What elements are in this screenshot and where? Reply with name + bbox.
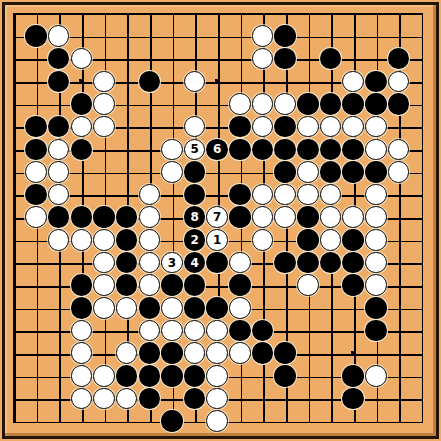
intersection[interactable]	[138, 274, 161, 297]
intersection[interactable]	[25, 47, 48, 70]
intersection[interactable]	[2, 297, 25, 320]
intersection[interactable]	[229, 410, 252, 433]
intersection[interactable]	[47, 206, 70, 229]
intersection[interactable]	[93, 115, 116, 138]
intersection[interactable]	[115, 2, 138, 25]
intersection[interactable]	[229, 70, 252, 93]
intersection[interactable]	[365, 342, 388, 365]
intersection[interactable]	[161, 206, 184, 229]
intersection[interactable]	[319, 410, 342, 433]
intersection[interactable]	[161, 183, 184, 206]
intersection[interactable]	[410, 319, 433, 342]
intersection[interactable]	[115, 274, 138, 297]
intersection[interactable]	[93, 274, 116, 297]
intersection[interactable]	[251, 365, 274, 388]
intersection[interactable]	[70, 410, 93, 433]
intersection[interactable]	[70, 319, 93, 342]
intersection[interactable]: 7	[206, 206, 229, 229]
intersection[interactable]	[47, 70, 70, 93]
intersection[interactable]	[342, 297, 365, 320]
intersection[interactable]	[47, 387, 70, 410]
intersection[interactable]	[410, 70, 433, 93]
intersection[interactable]	[274, 70, 297, 93]
intersection[interactable]	[25, 297, 48, 320]
intersection[interactable]	[93, 25, 116, 48]
intersection[interactable]	[115, 70, 138, 93]
intersection[interactable]	[93, 47, 116, 70]
intersection[interactable]	[161, 387, 184, 410]
intersection[interactable]	[319, 115, 342, 138]
intersection[interactable]	[206, 251, 229, 274]
intersection[interactable]	[319, 274, 342, 297]
intersection[interactable]: 2	[183, 229, 206, 252]
intersection[interactable]	[25, 161, 48, 184]
intersection[interactable]	[365, 229, 388, 252]
intersection[interactable]	[297, 297, 320, 320]
intersection[interactable]	[274, 206, 297, 229]
intersection[interactable]	[25, 274, 48, 297]
intersection[interactable]	[410, 206, 433, 229]
intersection[interactable]	[410, 161, 433, 184]
intersection[interactable]	[115, 229, 138, 252]
intersection[interactable]	[2, 70, 25, 93]
intersection[interactable]	[387, 297, 410, 320]
intersection[interactable]	[387, 47, 410, 70]
intersection[interactable]	[274, 410, 297, 433]
intersection[interactable]	[70, 115, 93, 138]
intersection[interactable]	[365, 93, 388, 116]
intersection[interactable]	[387, 161, 410, 184]
intersection[interactable]	[206, 274, 229, 297]
intersection[interactable]	[138, 342, 161, 365]
intersection[interactable]	[206, 47, 229, 70]
intersection[interactable]	[183, 183, 206, 206]
intersection[interactable]	[138, 70, 161, 93]
intersection[interactable]	[319, 183, 342, 206]
intersection[interactable]	[319, 93, 342, 116]
intersection[interactable]	[47, 229, 70, 252]
intersection[interactable]	[342, 229, 365, 252]
intersection[interactable]	[2, 274, 25, 297]
intersection[interactable]	[342, 342, 365, 365]
intersection[interactable]	[365, 365, 388, 388]
intersection[interactable]	[206, 410, 229, 433]
intersection[interactable]	[70, 251, 93, 274]
intersection[interactable]	[70, 47, 93, 70]
intersection[interactable]	[138, 251, 161, 274]
intersection[interactable]	[161, 2, 184, 25]
intersection[interactable]	[47, 115, 70, 138]
intersection[interactable]	[115, 251, 138, 274]
intersection[interactable]	[251, 161, 274, 184]
intersection[interactable]	[183, 410, 206, 433]
intersection[interactable]	[2, 25, 25, 48]
intersection[interactable]	[229, 274, 252, 297]
intersection[interactable]	[161, 319, 184, 342]
intersection[interactable]	[183, 2, 206, 25]
intersection[interactable]	[365, 47, 388, 70]
intersection[interactable]	[251, 387, 274, 410]
intersection[interactable]	[410, 274, 433, 297]
intersection[interactable]	[387, 206, 410, 229]
intersection[interactable]	[229, 387, 252, 410]
intersection[interactable]: 4	[183, 251, 206, 274]
intersection[interactable]	[47, 161, 70, 184]
intersection[interactable]	[342, 365, 365, 388]
intersection[interactable]	[387, 410, 410, 433]
intersection[interactable]	[47, 319, 70, 342]
intersection[interactable]	[2, 251, 25, 274]
intersection[interactable]	[183, 297, 206, 320]
intersection[interactable]	[387, 274, 410, 297]
intersection[interactable]: 3	[161, 251, 184, 274]
intersection[interactable]	[70, 183, 93, 206]
intersection[interactable]	[251, 229, 274, 252]
intersection[interactable]	[161, 25, 184, 48]
intersection[interactable]	[70, 297, 93, 320]
intersection[interactable]	[297, 70, 320, 93]
intersection[interactable]	[297, 342, 320, 365]
intersection[interactable]	[70, 387, 93, 410]
intersection[interactable]	[2, 183, 25, 206]
intersection[interactable]	[229, 115, 252, 138]
intersection[interactable]	[206, 297, 229, 320]
intersection[interactable]	[115, 93, 138, 116]
intersection[interactable]	[229, 93, 252, 116]
intersection[interactable]	[138, 161, 161, 184]
intersection[interactable]	[183, 47, 206, 70]
intersection[interactable]	[274, 93, 297, 116]
intersection[interactable]	[47, 183, 70, 206]
intersection[interactable]	[342, 115, 365, 138]
intersection[interactable]	[297, 365, 320, 388]
intersection[interactable]	[387, 319, 410, 342]
intersection[interactable]	[365, 206, 388, 229]
intersection[interactable]	[319, 70, 342, 93]
intersection[interactable]	[387, 2, 410, 25]
intersection[interactable]	[183, 115, 206, 138]
intersection[interactable]	[93, 70, 116, 93]
intersection[interactable]	[161, 161, 184, 184]
intersection[interactable]	[93, 410, 116, 433]
intersection[interactable]	[365, 183, 388, 206]
intersection[interactable]	[161, 342, 184, 365]
intersection[interactable]	[93, 206, 116, 229]
intersection[interactable]	[47, 25, 70, 48]
intersection[interactable]	[115, 47, 138, 70]
intersection[interactable]	[229, 251, 252, 274]
intersection[interactable]	[161, 115, 184, 138]
intersection[interactable]	[297, 229, 320, 252]
intersection[interactable]	[206, 342, 229, 365]
intersection[interactable]	[2, 342, 25, 365]
intersection[interactable]	[274, 297, 297, 320]
intersection[interactable]	[115, 25, 138, 48]
intersection[interactable]	[47, 274, 70, 297]
intersection[interactable]	[274, 365, 297, 388]
intersection[interactable]	[319, 319, 342, 342]
intersection[interactable]	[251, 297, 274, 320]
intersection[interactable]	[410, 387, 433, 410]
intersection[interactable]	[410, 47, 433, 70]
intersection[interactable]	[229, 161, 252, 184]
intersection[interactable]	[365, 410, 388, 433]
intersection[interactable]	[206, 387, 229, 410]
intersection[interactable]	[251, 115, 274, 138]
intersection[interactable]	[410, 93, 433, 116]
intersection[interactable]	[93, 251, 116, 274]
intersection[interactable]	[274, 138, 297, 161]
intersection[interactable]	[161, 138, 184, 161]
intersection[interactable]	[297, 206, 320, 229]
intersection[interactable]	[229, 47, 252, 70]
intersection[interactable]	[319, 47, 342, 70]
intersection[interactable]	[410, 138, 433, 161]
intersection[interactable]	[2, 319, 25, 342]
intersection[interactable]	[229, 342, 252, 365]
intersection[interactable]	[25, 2, 48, 25]
intersection[interactable]	[387, 387, 410, 410]
intersection[interactable]	[206, 2, 229, 25]
intersection[interactable]	[138, 319, 161, 342]
intersection[interactable]	[138, 387, 161, 410]
intersection[interactable]	[229, 229, 252, 252]
intersection[interactable]	[70, 274, 93, 297]
intersection[interactable]	[25, 206, 48, 229]
intersection[interactable]	[25, 387, 48, 410]
intersection[interactable]	[115, 319, 138, 342]
intersection[interactable]	[387, 25, 410, 48]
intersection[interactable]	[319, 2, 342, 25]
intersection[interactable]	[342, 387, 365, 410]
intersection[interactable]	[115, 410, 138, 433]
intersection[interactable]	[365, 70, 388, 93]
intersection[interactable]	[251, 206, 274, 229]
intersection[interactable]	[161, 410, 184, 433]
intersection[interactable]	[365, 138, 388, 161]
intersection[interactable]	[251, 319, 274, 342]
intersection[interactable]	[25, 251, 48, 274]
intersection[interactable]	[229, 138, 252, 161]
intersection[interactable]	[70, 365, 93, 388]
intersection[interactable]	[319, 161, 342, 184]
intersection[interactable]	[206, 365, 229, 388]
intersection[interactable]	[342, 138, 365, 161]
intersection[interactable]	[2, 115, 25, 138]
intersection[interactable]	[93, 138, 116, 161]
go-board[interactable]: 56872134	[2, 2, 432, 432]
intersection[interactable]	[297, 183, 320, 206]
intersection[interactable]	[387, 365, 410, 388]
intersection[interactable]	[138, 229, 161, 252]
intersection[interactable]	[387, 138, 410, 161]
intersection[interactable]	[161, 47, 184, 70]
intersection[interactable]	[25, 25, 48, 48]
intersection[interactable]	[274, 161, 297, 184]
intersection[interactable]	[410, 2, 433, 25]
intersection[interactable]	[365, 387, 388, 410]
intersection[interactable]	[70, 161, 93, 184]
intersection[interactable]	[319, 138, 342, 161]
intersection[interactable]	[2, 138, 25, 161]
intersection[interactable]	[25, 342, 48, 365]
intersection[interactable]	[319, 251, 342, 274]
intersection[interactable]	[70, 229, 93, 252]
intersection[interactable]	[183, 365, 206, 388]
intersection[interactable]	[206, 93, 229, 116]
intersection[interactable]	[206, 319, 229, 342]
intersection[interactable]	[2, 47, 25, 70]
intersection[interactable]	[93, 229, 116, 252]
intersection[interactable]	[229, 183, 252, 206]
intersection[interactable]	[93, 93, 116, 116]
intersection[interactable]	[319, 206, 342, 229]
intersection[interactable]	[70, 93, 93, 116]
intersection[interactable]	[138, 115, 161, 138]
intersection[interactable]	[115, 161, 138, 184]
intersection[interactable]	[47, 138, 70, 161]
intersection[interactable]	[274, 115, 297, 138]
intersection[interactable]	[251, 93, 274, 116]
intersection[interactable]	[93, 387, 116, 410]
intersection[interactable]	[25, 319, 48, 342]
intersection[interactable]	[206, 183, 229, 206]
intersection[interactable]	[183, 25, 206, 48]
intersection[interactable]	[387, 183, 410, 206]
intersection[interactable]: 8	[183, 206, 206, 229]
intersection[interactable]	[161, 274, 184, 297]
intersection[interactable]	[161, 297, 184, 320]
intersection[interactable]	[2, 229, 25, 252]
intersection[interactable]	[365, 2, 388, 25]
intersection[interactable]	[138, 2, 161, 25]
intersection[interactable]	[183, 161, 206, 184]
intersection[interactable]	[183, 274, 206, 297]
intersection[interactable]	[161, 365, 184, 388]
intersection[interactable]	[229, 206, 252, 229]
intersection[interactable]	[25, 410, 48, 433]
intersection[interactable]	[2, 410, 25, 433]
intersection[interactable]	[2, 387, 25, 410]
intersection[interactable]	[342, 410, 365, 433]
intersection[interactable]	[319, 297, 342, 320]
intersection[interactable]	[138, 206, 161, 229]
intersection[interactable]	[183, 319, 206, 342]
intersection[interactable]	[274, 229, 297, 252]
intersection[interactable]	[2, 2, 25, 25]
intersection[interactable]	[319, 387, 342, 410]
intersection[interactable]	[161, 70, 184, 93]
intersection[interactable]	[93, 161, 116, 184]
intersection[interactable]	[138, 138, 161, 161]
intersection[interactable]: 6	[206, 138, 229, 161]
intersection[interactable]	[410, 342, 433, 365]
intersection[interactable]	[229, 2, 252, 25]
intersection[interactable]	[342, 183, 365, 206]
intersection[interactable]	[70, 206, 93, 229]
intersection[interactable]	[229, 319, 252, 342]
intersection[interactable]	[206, 25, 229, 48]
intersection[interactable]	[47, 410, 70, 433]
intersection[interactable]	[319, 25, 342, 48]
intersection[interactable]	[206, 161, 229, 184]
intersection[interactable]	[47, 342, 70, 365]
intersection[interactable]	[25, 365, 48, 388]
intersection[interactable]	[25, 229, 48, 252]
intersection[interactable]	[251, 25, 274, 48]
intersection[interactable]	[2, 206, 25, 229]
intersection[interactable]	[365, 274, 388, 297]
intersection[interactable]	[70, 138, 93, 161]
intersection[interactable]	[297, 274, 320, 297]
intersection[interactable]	[2, 365, 25, 388]
intersection[interactable]	[274, 47, 297, 70]
intersection[interactable]	[274, 319, 297, 342]
intersection[interactable]	[70, 25, 93, 48]
intersection[interactable]	[93, 342, 116, 365]
intersection[interactable]	[93, 297, 116, 320]
intersection[interactable]	[274, 251, 297, 274]
intersection[interactable]	[115, 183, 138, 206]
intersection[interactable]	[297, 47, 320, 70]
intersection[interactable]	[410, 410, 433, 433]
intersection[interactable]	[25, 93, 48, 116]
intersection[interactable]	[183, 387, 206, 410]
intersection[interactable]	[342, 2, 365, 25]
intersection[interactable]	[297, 25, 320, 48]
intersection[interactable]	[251, 2, 274, 25]
intersection[interactable]	[274, 387, 297, 410]
intersection[interactable]	[93, 319, 116, 342]
intersection[interactable]	[297, 93, 320, 116]
intersection[interactable]	[161, 93, 184, 116]
intersection[interactable]	[2, 93, 25, 116]
intersection[interactable]	[115, 342, 138, 365]
intersection[interactable]	[183, 70, 206, 93]
intersection[interactable]	[387, 93, 410, 116]
intersection[interactable]	[251, 183, 274, 206]
intersection[interactable]	[2, 161, 25, 184]
intersection[interactable]	[47, 251, 70, 274]
intersection[interactable]	[410, 183, 433, 206]
intersection[interactable]	[342, 93, 365, 116]
intersection[interactable]	[365, 161, 388, 184]
intersection[interactable]: 5	[183, 138, 206, 161]
intersection[interactable]	[342, 319, 365, 342]
intersection[interactable]	[251, 251, 274, 274]
intersection[interactable]	[297, 2, 320, 25]
intersection[interactable]	[251, 410, 274, 433]
intersection[interactable]	[70, 2, 93, 25]
intersection[interactable]	[319, 229, 342, 252]
intersection[interactable]	[115, 365, 138, 388]
intersection[interactable]	[387, 115, 410, 138]
intersection[interactable]	[47, 2, 70, 25]
intersection[interactable]	[93, 183, 116, 206]
intersection[interactable]	[138, 25, 161, 48]
intersection[interactable]	[274, 183, 297, 206]
intersection[interactable]	[251, 70, 274, 93]
intersection[interactable]	[251, 274, 274, 297]
intersection[interactable]	[251, 47, 274, 70]
intersection[interactable]	[251, 342, 274, 365]
intersection[interactable]	[365, 25, 388, 48]
intersection[interactable]	[25, 138, 48, 161]
intersection[interactable]	[115, 297, 138, 320]
intersection[interactable]	[365, 297, 388, 320]
intersection[interactable]	[342, 161, 365, 184]
intersection[interactable]	[387, 229, 410, 252]
